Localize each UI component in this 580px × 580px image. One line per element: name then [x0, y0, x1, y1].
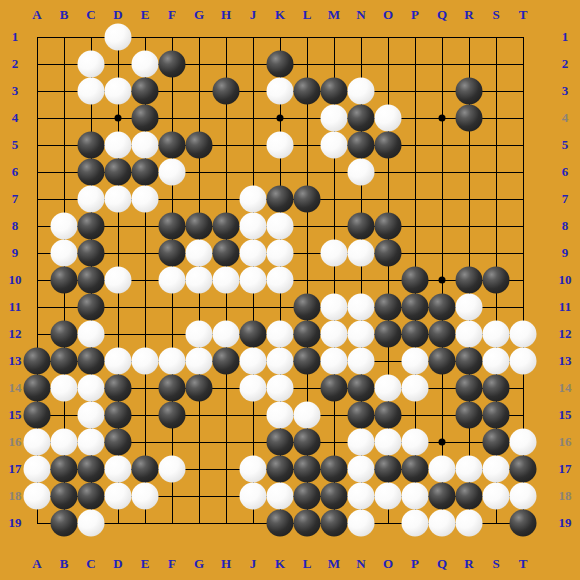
white-stone-N12[interactable] [348, 321, 375, 348]
black-stone-K16[interactable] [267, 429, 294, 456]
col-label-bottom-A: A [32, 556, 41, 572]
black-stone-K7[interactable] [267, 186, 294, 213]
white-stone-J14[interactable] [240, 375, 267, 402]
white-stone-N9[interactable] [348, 240, 375, 267]
star-point [439, 439, 446, 446]
black-stone-P17[interactable] [402, 456, 429, 483]
black-stone-E4[interactable] [132, 105, 159, 132]
white-stone-K8[interactable] [267, 213, 294, 240]
row-label-left-18: 18 [9, 488, 22, 504]
black-stone-L18[interactable] [294, 483, 321, 510]
white-stone-C16[interactable] [78, 429, 105, 456]
white-stone-A16[interactable] [24, 429, 51, 456]
black-stone-D15[interactable] [105, 402, 132, 429]
col-label-top-L: L [303, 7, 312, 23]
black-stone-Q18[interactable] [429, 483, 456, 510]
row-label-left-1: 1 [12, 29, 19, 45]
white-stone-S13[interactable] [483, 348, 510, 375]
col-label-bottom-R: R [464, 556, 473, 572]
col-label-bottom-P: P [411, 556, 419, 572]
white-stone-D10[interactable] [105, 267, 132, 294]
black-stone-C18[interactable] [78, 483, 105, 510]
white-stone-L15[interactable] [294, 402, 321, 429]
black-stone-O5[interactable] [375, 132, 402, 159]
white-stone-D13[interactable] [105, 348, 132, 375]
row-label-left-9: 9 [12, 245, 19, 261]
col-label-top-B: B [60, 7, 69, 23]
white-stone-R12[interactable] [456, 321, 483, 348]
row-label-left-17: 17 [9, 461, 22, 477]
row-label-right-10: 10 [559, 272, 572, 288]
white-stone-G13[interactable] [186, 348, 213, 375]
col-label-top-R: R [464, 7, 473, 23]
black-stone-R4[interactable] [456, 105, 483, 132]
col-label-top-C: C [86, 7, 95, 23]
col-label-top-H: H [221, 7, 231, 23]
white-stone-J13[interactable] [240, 348, 267, 375]
black-stone-L3[interactable] [294, 78, 321, 105]
white-stone-N6[interactable] [348, 159, 375, 186]
black-stone-H9[interactable] [213, 240, 240, 267]
black-stone-K2[interactable] [267, 51, 294, 78]
col-label-bottom-M: M [328, 556, 340, 572]
white-stone-B9[interactable] [51, 240, 78, 267]
white-stone-D3[interactable] [105, 78, 132, 105]
black-stone-O15[interactable] [375, 402, 402, 429]
white-stone-M5[interactable] [321, 132, 348, 159]
black-stone-T19[interactable] [510, 510, 537, 537]
white-stone-N16[interactable] [348, 429, 375, 456]
col-label-bottom-K: K [275, 556, 285, 572]
white-stone-K14[interactable] [267, 375, 294, 402]
col-label-top-Q: Q [437, 7, 447, 23]
black-stone-F9[interactable] [159, 240, 186, 267]
row-label-right-3: 3 [562, 83, 569, 99]
star-point [115, 115, 122, 122]
row-label-left-5: 5 [12, 137, 19, 153]
star-point [439, 115, 446, 122]
col-label-bottom-B: B [60, 556, 69, 572]
white-stone-K9[interactable] [267, 240, 294, 267]
black-stone-C10[interactable] [78, 267, 105, 294]
row-label-right-11: 11 [559, 299, 571, 315]
row-label-right-13: 13 [559, 353, 572, 369]
row-label-right-12: 12 [559, 326, 572, 342]
row-label-right-7: 7 [562, 191, 569, 207]
white-stone-N11[interactable] [348, 294, 375, 321]
white-stone-T12[interactable] [510, 321, 537, 348]
col-label-top-D: D [113, 7, 122, 23]
black-stone-C13[interactable] [78, 348, 105, 375]
black-stone-B18[interactable] [51, 483, 78, 510]
white-stone-J17[interactable] [240, 456, 267, 483]
black-stone-N14[interactable] [348, 375, 375, 402]
goban[interactable]: AABBCCDDEEFFGGHHJJKKLLMMNNOOPPQQRRSSTT11… [0, 0, 580, 580]
white-stone-D5[interactable] [105, 132, 132, 159]
black-stone-L7[interactable] [294, 186, 321, 213]
black-stone-M18[interactable] [321, 483, 348, 510]
black-stone-M19[interactable] [321, 510, 348, 537]
black-stone-R13[interactable] [456, 348, 483, 375]
white-stone-N19[interactable] [348, 510, 375, 537]
black-stone-B17[interactable] [51, 456, 78, 483]
white-stone-E13[interactable] [132, 348, 159, 375]
white-stone-C19[interactable] [78, 510, 105, 537]
white-stone-B14[interactable] [51, 375, 78, 402]
black-stone-N8[interactable] [348, 213, 375, 240]
col-label-top-M: M [328, 7, 340, 23]
black-stone-E6[interactable] [132, 159, 159, 186]
white-stone-K10[interactable] [267, 267, 294, 294]
row-label-right-19: 19 [559, 515, 572, 531]
white-stone-E18[interactable] [132, 483, 159, 510]
black-stone-A15[interactable] [24, 402, 51, 429]
black-stone-O8[interactable] [375, 213, 402, 240]
white-stone-P19[interactable] [402, 510, 429, 537]
black-stone-P10[interactable] [402, 267, 429, 294]
row-label-left-16: 16 [9, 434, 22, 450]
black-stone-C17[interactable] [78, 456, 105, 483]
white-stone-S18[interactable] [483, 483, 510, 510]
col-label-bottom-Q: Q [437, 556, 447, 572]
black-stone-K19[interactable] [267, 510, 294, 537]
white-stone-R19[interactable] [456, 510, 483, 537]
white-stone-K5[interactable] [267, 132, 294, 159]
col-label-top-S: S [492, 7, 499, 23]
black-stone-S16[interactable] [483, 429, 510, 456]
col-label-top-T: T [519, 7, 528, 23]
white-stone-P14[interactable] [402, 375, 429, 402]
white-stone-S17[interactable] [483, 456, 510, 483]
black-stone-J12[interactable] [240, 321, 267, 348]
white-stone-D17[interactable] [105, 456, 132, 483]
white-stone-C7[interactable] [78, 186, 105, 213]
black-stone-F5[interactable] [159, 132, 186, 159]
black-stone-C6[interactable] [78, 159, 105, 186]
white-stone-A17[interactable] [24, 456, 51, 483]
white-stone-K15[interactable] [267, 402, 294, 429]
white-stone-P13[interactable] [402, 348, 429, 375]
col-label-top-O: O [383, 7, 393, 23]
row-label-left-12: 12 [9, 326, 22, 342]
black-stone-N15[interactable] [348, 402, 375, 429]
black-stone-B19[interactable] [51, 510, 78, 537]
black-stone-H13[interactable] [213, 348, 240, 375]
black-stone-M17[interactable] [321, 456, 348, 483]
col-label-bottom-C: C [86, 556, 95, 572]
col-label-bottom-S: S [492, 556, 499, 572]
white-stone-R11[interactable] [456, 294, 483, 321]
black-stone-B13[interactable] [51, 348, 78, 375]
col-label-bottom-G: G [194, 556, 204, 572]
black-stone-O17[interactable] [375, 456, 402, 483]
row-label-right-16: 16 [559, 434, 572, 450]
black-stone-L16[interactable] [294, 429, 321, 456]
white-stone-M13[interactable] [321, 348, 348, 375]
white-stone-E7[interactable] [132, 186, 159, 213]
white-stone-F17[interactable] [159, 456, 186, 483]
row-label-left-2: 2 [12, 56, 19, 72]
black-stone-G5[interactable] [186, 132, 213, 159]
black-stone-O9[interactable] [375, 240, 402, 267]
black-stone-R3[interactable] [456, 78, 483, 105]
black-stone-Q11[interactable] [429, 294, 456, 321]
row-label-left-6: 6 [12, 164, 19, 180]
black-stone-A14[interactable] [24, 375, 51, 402]
black-stone-Q12[interactable] [429, 321, 456, 348]
black-stone-M14[interactable] [321, 375, 348, 402]
white-stone-B8[interactable] [51, 213, 78, 240]
white-stone-F10[interactable] [159, 267, 186, 294]
white-stone-J18[interactable] [240, 483, 267, 510]
white-stone-T18[interactable] [510, 483, 537, 510]
white-stone-Q19[interactable] [429, 510, 456, 537]
white-stone-E2[interactable] [132, 51, 159, 78]
white-stone-M9[interactable] [321, 240, 348, 267]
black-stone-H3[interactable] [213, 78, 240, 105]
black-stone-P12[interactable] [402, 321, 429, 348]
black-stone-R18[interactable] [456, 483, 483, 510]
white-stone-D1[interactable] [105, 24, 132, 51]
black-stone-S14[interactable] [483, 375, 510, 402]
black-stone-D14[interactable] [105, 375, 132, 402]
white-stone-O4[interactable] [375, 105, 402, 132]
col-label-bottom-T: T [519, 556, 528, 572]
black-stone-T17[interactable] [510, 456, 537, 483]
row-label-right-4: 4 [562, 110, 569, 126]
row-label-right-18: 18 [559, 488, 572, 504]
col-label-top-J: J [250, 7, 257, 23]
black-stone-L19[interactable] [294, 510, 321, 537]
black-stone-E17[interactable] [132, 456, 159, 483]
white-stone-K13[interactable] [267, 348, 294, 375]
row-label-right-15: 15 [559, 407, 572, 423]
white-stone-T16[interactable] [510, 429, 537, 456]
col-label-top-A: A [32, 7, 41, 23]
white-stone-J8[interactable] [240, 213, 267, 240]
white-stone-Q17[interactable] [429, 456, 456, 483]
col-label-bottom-H: H [221, 556, 231, 572]
col-label-top-N: N [356, 7, 365, 23]
black-stone-F15[interactable] [159, 402, 186, 429]
black-stone-A13[interactable] [24, 348, 51, 375]
black-stone-C5[interactable] [78, 132, 105, 159]
white-stone-S12[interactable] [483, 321, 510, 348]
black-stone-F8[interactable] [159, 213, 186, 240]
black-stone-E3[interactable] [132, 78, 159, 105]
row-label-left-4: 4 [12, 110, 19, 126]
black-stone-O11[interactable] [375, 294, 402, 321]
white-stone-E5[interactable] [132, 132, 159, 159]
white-stone-N3[interactable] [348, 78, 375, 105]
white-stone-O18[interactable] [375, 483, 402, 510]
white-stone-M12[interactable] [321, 321, 348, 348]
white-stone-O14[interactable] [375, 375, 402, 402]
black-stone-M3[interactable] [321, 78, 348, 105]
black-stone-Q13[interactable] [429, 348, 456, 375]
white-stone-A18[interactable] [24, 483, 51, 510]
black-stone-K17[interactable] [267, 456, 294, 483]
white-stone-M11[interactable] [321, 294, 348, 321]
black-stone-F2[interactable] [159, 51, 186, 78]
row-label-left-15: 15 [9, 407, 22, 423]
black-stone-G8[interactable] [186, 213, 213, 240]
black-stone-L12[interactable] [294, 321, 321, 348]
row-label-left-7: 7 [12, 191, 19, 207]
white-stone-M4[interactable] [321, 105, 348, 132]
black-stone-L17[interactable] [294, 456, 321, 483]
white-stone-C2[interactable] [78, 51, 105, 78]
white-stone-D18[interactable] [105, 483, 132, 510]
black-stone-S15[interactable] [483, 402, 510, 429]
black-stone-H8[interactable] [213, 213, 240, 240]
black-stone-O12[interactable] [375, 321, 402, 348]
black-stone-D16[interactable] [105, 429, 132, 456]
col-label-bottom-O: O [383, 556, 393, 572]
black-stone-L13[interactable] [294, 348, 321, 375]
row-label-right-6: 6 [562, 164, 569, 180]
row-label-left-11: 11 [9, 299, 21, 315]
white-stone-J9[interactable] [240, 240, 267, 267]
row-label-left-8: 8 [12, 218, 19, 234]
row-label-right-5: 5 [562, 137, 569, 153]
row-label-right-2: 2 [562, 56, 569, 72]
star-point [277, 115, 284, 122]
black-stone-C11[interactable] [78, 294, 105, 321]
white-stone-H10[interactable] [213, 267, 240, 294]
black-stone-N5[interactable] [348, 132, 375, 159]
row-label-right-17: 17 [559, 461, 572, 477]
white-stone-N17[interactable] [348, 456, 375, 483]
black-stone-S10[interactable] [483, 267, 510, 294]
white-stone-R17[interactable] [456, 456, 483, 483]
black-stone-B12[interactable] [51, 321, 78, 348]
col-label-top-E: E [141, 7, 150, 23]
row-label-left-19: 19 [9, 515, 22, 531]
black-stone-R15[interactable] [456, 402, 483, 429]
white-stone-B16[interactable] [51, 429, 78, 456]
col-label-top-G: G [194, 7, 204, 23]
black-stone-F14[interactable] [159, 375, 186, 402]
black-stone-B10[interactable] [51, 267, 78, 294]
white-stone-C15[interactable] [78, 402, 105, 429]
white-stone-N18[interactable] [348, 483, 375, 510]
row-label-right-14: 14 [559, 380, 572, 396]
white-stone-K3[interactable] [267, 78, 294, 105]
black-stone-D6[interactable] [105, 159, 132, 186]
white-stone-J10[interactable] [240, 267, 267, 294]
white-stone-F13[interactable] [159, 348, 186, 375]
white-stone-O16[interactable] [375, 429, 402, 456]
star-point [439, 277, 446, 284]
col-label-top-K: K [275, 7, 285, 23]
white-stone-G9[interactable] [186, 240, 213, 267]
col-label-bottom-N: N [356, 556, 365, 572]
black-stone-L11[interactable] [294, 294, 321, 321]
col-label-bottom-E: E [141, 556, 150, 572]
white-stone-G10[interactable] [186, 267, 213, 294]
row-label-left-3: 3 [12, 83, 19, 99]
black-stone-R14[interactable] [456, 375, 483, 402]
black-stone-P11[interactable] [402, 294, 429, 321]
black-stone-R10[interactable] [456, 267, 483, 294]
white-stone-K18[interactable] [267, 483, 294, 510]
white-stone-C12[interactable] [78, 321, 105, 348]
row-label-left-10: 10 [9, 272, 22, 288]
white-stone-T13[interactable] [510, 348, 537, 375]
col-label-bottom-L: L [303, 556, 312, 572]
white-stone-P16[interactable] [402, 429, 429, 456]
white-stone-F6[interactable] [159, 159, 186, 186]
col-label-top-P: P [411, 7, 419, 23]
col-label-top-F: F [168, 7, 176, 23]
black-stone-C9[interactable] [78, 240, 105, 267]
white-stone-D7[interactable] [105, 186, 132, 213]
white-stone-J7[interactable] [240, 186, 267, 213]
col-label-bottom-D: D [113, 556, 122, 572]
black-stone-C8[interactable] [78, 213, 105, 240]
col-label-bottom-F: F [168, 556, 176, 572]
black-stone-G14[interactable] [186, 375, 213, 402]
black-stone-N4[interactable] [348, 105, 375, 132]
row-label-right-9: 9 [562, 245, 569, 261]
white-stone-C14[interactable] [78, 375, 105, 402]
white-stone-C3[interactable] [78, 78, 105, 105]
white-stone-H12[interactable] [213, 321, 240, 348]
white-stone-P18[interactable] [402, 483, 429, 510]
white-stone-K12[interactable] [267, 321, 294, 348]
white-stone-G12[interactable] [186, 321, 213, 348]
white-stone-N13[interactable] [348, 348, 375, 375]
col-label-bottom-J: J [250, 556, 257, 572]
row-label-right-1: 1 [562, 29, 569, 45]
row-label-right-8: 8 [562, 218, 569, 234]
row-label-left-13: 13 [9, 353, 22, 369]
row-label-left-14: 14 [9, 380, 22, 396]
